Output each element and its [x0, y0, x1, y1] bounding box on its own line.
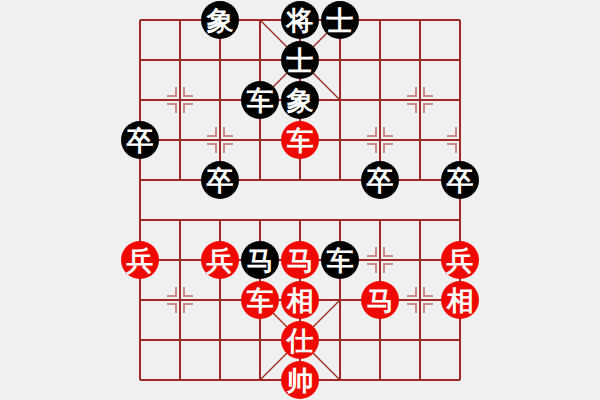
- red-advisor-glyph: 仕: [281, 321, 319, 359]
- red-pawn-glyph: 兵: [441, 241, 479, 279]
- piece-red-elephant[interactable]: 相: [280, 280, 320, 320]
- piece-red-horse[interactable]: 马: [280, 240, 320, 280]
- red-pawn-glyph: 兵: [121, 241, 159, 279]
- black-general-glyph: 将: [281, 1, 319, 39]
- piece-black-general[interactable]: 将: [280, 0, 320, 40]
- piece-black-advisor[interactable]: 士: [320, 0, 360, 40]
- black-soldier-glyph: 卒: [201, 161, 239, 199]
- piece-grid: 象将士士车象卒卒卒卒马车车兵兵马兵车相马相仕帅: [120, 0, 480, 400]
- piece-red-chariot[interactable]: 车: [240, 280, 280, 320]
- red-chariot-glyph: 车: [281, 121, 319, 159]
- red-horse-glyph: 马: [281, 241, 319, 279]
- black-horse-glyph: 马: [241, 241, 279, 279]
- black-soldier-glyph: 卒: [361, 161, 399, 199]
- piece-black-soldier[interactable]: 卒: [120, 120, 160, 160]
- piece-black-soldier[interactable]: 卒: [360, 160, 400, 200]
- red-elephant-glyph: 相: [441, 281, 479, 319]
- piece-red-elephant[interactable]: 相: [440, 280, 480, 320]
- black-soldier-glyph: 卒: [121, 121, 159, 159]
- piece-red-advisor[interactable]: 仕: [280, 320, 320, 360]
- piece-red-pawn[interactable]: 兵: [120, 240, 160, 280]
- red-chariot-glyph: 车: [241, 281, 279, 319]
- black-advisor-glyph: 士: [281, 41, 319, 79]
- piece-black-elephant[interactable]: 象: [200, 0, 240, 40]
- piece-black-soldier[interactable]: 卒: [200, 160, 240, 200]
- piece-red-chariot[interactable]: 车: [280, 120, 320, 160]
- piece-red-horse[interactable]: 马: [360, 280, 400, 320]
- red-king-glyph: 帅: [281, 361, 319, 399]
- black-advisor-glyph: 士: [321, 1, 359, 39]
- piece-black-horse[interactable]: 马: [240, 240, 280, 280]
- piece-black-soldier[interactable]: 卒: [440, 160, 480, 200]
- red-elephant-glyph: 相: [281, 281, 319, 319]
- piece-black-chariot[interactable]: 车: [320, 240, 360, 280]
- piece-black-advisor[interactable]: 士: [280, 40, 320, 80]
- black-soldier-glyph: 卒: [441, 161, 479, 199]
- black-elephant-glyph: 象: [201, 1, 239, 39]
- piece-red-pawn[interactable]: 兵: [200, 240, 240, 280]
- red-horse-glyph: 马: [361, 281, 399, 319]
- red-pawn-glyph: 兵: [201, 241, 239, 279]
- xiangqi-app: 象将士士车象卒卒卒卒马车车兵兵马兵车相马相仕帅: [0, 0, 600, 400]
- piece-black-chariot[interactable]: 车: [240, 80, 280, 120]
- black-elephant-glyph: 象: [281, 81, 319, 119]
- piece-black-elephant[interactable]: 象: [280, 80, 320, 120]
- black-chariot-glyph: 车: [321, 241, 359, 279]
- piece-red-pawn[interactable]: 兵: [440, 240, 480, 280]
- piece-red-king[interactable]: 帅: [280, 360, 320, 400]
- black-chariot-glyph: 车: [241, 81, 279, 119]
